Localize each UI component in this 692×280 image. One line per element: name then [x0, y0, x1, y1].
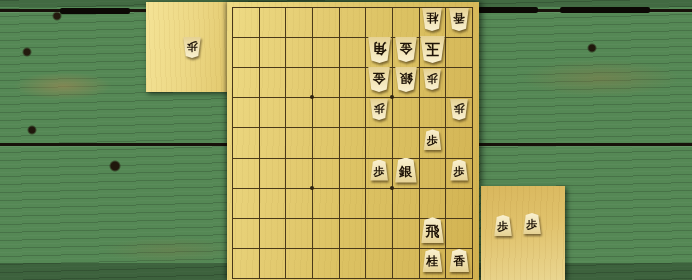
board-square[interactable]	[233, 68, 260, 98]
shogi-piece-gote[interactable]: 金	[368, 70, 390, 95]
board-square[interactable]: 歩	[446, 98, 473, 128]
star-point	[390, 186, 394, 190]
board-square[interactable]	[446, 68, 473, 98]
piece-kanji: 歩	[454, 166, 465, 177]
komadai-sente: 歩 歩	[481, 186, 565, 280]
piece-kanji: 金	[373, 72, 386, 85]
piece-kanji: 飛	[425, 224, 439, 238]
board-square[interactable]	[446, 189, 473, 219]
plank-gap	[478, 7, 538, 13]
board-square[interactable]	[286, 249, 313, 279]
board-square[interactable]	[286, 189, 313, 219]
board-square[interactable]: 銀	[393, 159, 420, 189]
piece-kanji: 香	[453, 13, 465, 25]
piece-kanji: 歩	[454, 103, 465, 114]
piece-kanji: 桂	[426, 255, 438, 267]
komadai-gote: 歩	[146, 2, 227, 92]
shogi-piece-sente[interactable]: 銀	[395, 161, 417, 186]
piece-kanji: 桂	[426, 13, 438, 25]
shogi-piece-gote[interactable]: 歩	[370, 102, 388, 123]
plank-gap	[560, 7, 650, 13]
shogi-piece-gote[interactable]: 角	[368, 40, 391, 66]
piece-kanji: 歩	[527, 219, 538, 230]
board-square[interactable]	[393, 249, 420, 279]
board-square[interactable]	[313, 68, 340, 98]
shogi-piece-sente[interactable]: 歩	[423, 132, 441, 153]
board-square[interactable]	[340, 159, 367, 189]
board-square[interactable]	[313, 98, 340, 128]
board-square[interactable]	[260, 8, 287, 38]
board-square[interactable]: 歩	[420, 68, 447, 98]
board-square[interactable]: 歩	[420, 128, 447, 158]
board-square[interactable]	[260, 159, 287, 189]
shogi-piece-gote[interactable]: 金	[395, 40, 417, 65]
board-square[interactable]: 歩	[446, 159, 473, 189]
board-square[interactable]	[446, 219, 473, 249]
shogi-piece-gote[interactable]: 玉	[420, 39, 445, 66]
board-square[interactable]	[286, 219, 313, 249]
board-square[interactable]	[260, 68, 287, 98]
board-square[interactable]: 歩	[366, 159, 393, 189]
board-square[interactable]: 玉	[420, 38, 447, 68]
board-square[interactable]	[446, 38, 473, 68]
star-point	[310, 95, 314, 99]
shogi-piece-gote[interactable]: 歩	[450, 102, 468, 123]
piece-kanji: 歩	[374, 166, 385, 177]
board-square[interactable]	[313, 249, 340, 279]
board-square[interactable]	[260, 189, 287, 219]
board-square[interactable]	[313, 219, 340, 249]
board-square[interactable]	[340, 98, 367, 128]
board-square[interactable]	[233, 38, 260, 68]
board-square[interactable]	[313, 159, 340, 189]
shogi-piece-sente[interactable]: 桂	[422, 252, 442, 275]
board-square[interactable]: 香	[446, 249, 473, 279]
board-square[interactable]	[446, 128, 473, 158]
piece-kanji: 金	[399, 42, 412, 55]
board-grid: 桂香角金玉金銀歩歩歩歩歩銀歩飛桂香	[232, 7, 473, 279]
board-square[interactable]	[260, 219, 287, 249]
board-square[interactable]	[233, 159, 260, 189]
shogi-piece-sente[interactable]: 歩	[450, 163, 468, 184]
hand-piece-sente[interactable]: 歩	[523, 216, 541, 237]
board-square[interactable]	[420, 189, 447, 219]
board-square[interactable]	[393, 219, 420, 249]
board-square[interactable]	[313, 38, 340, 68]
shogi-piece-gote[interactable]: 桂	[422, 11, 442, 34]
piece-kanji: 銀	[399, 165, 412, 178]
shogi-piece-sente[interactable]: 香	[449, 252, 469, 275]
board-square[interactable]	[393, 189, 420, 219]
shogi-piece-gote[interactable]: 銀	[395, 70, 417, 95]
board-square[interactable]	[286, 68, 313, 98]
board-square[interactable]	[286, 38, 313, 68]
board-square[interactable]	[340, 38, 367, 68]
board-square[interactable]	[340, 189, 367, 219]
shogi-piece-sente[interactable]: 飛	[421, 220, 444, 246]
piece-kanji: 歩	[498, 221, 509, 232]
plank-gap	[60, 8, 130, 14]
board-square[interactable]	[260, 98, 287, 128]
board-square[interactable]	[233, 219, 260, 249]
board-square[interactable]	[313, 189, 340, 219]
board-square[interactable]: 歩	[366, 98, 393, 128]
board-square[interactable]	[260, 249, 287, 279]
board-square[interactable]	[366, 189, 393, 219]
board-square[interactable]	[366, 249, 393, 279]
shogi-piece-gote[interactable]: 香	[449, 11, 469, 34]
board-square[interactable]	[233, 189, 260, 219]
board-square[interactable]	[233, 98, 260, 128]
board-square[interactable]	[286, 8, 313, 38]
board-square[interactable]	[366, 219, 393, 249]
board-square[interactable]: 桂	[420, 249, 447, 279]
piece-kanji: 玉	[425, 41, 440, 56]
board-square[interactable]	[233, 128, 260, 158]
board-square[interactable]	[260, 38, 287, 68]
board-square[interactable]: 金	[366, 68, 393, 98]
shogi-piece-sente[interactable]: 歩	[370, 163, 388, 184]
board-square[interactable]	[366, 8, 393, 38]
board-square[interactable]: 金	[393, 38, 420, 68]
board-square[interactable]: 角	[366, 38, 393, 68]
board-square[interactable]: 飛	[420, 219, 447, 249]
piece-kanji: 歩	[187, 41, 198, 52]
board-square[interactable]	[260, 128, 287, 158]
board-square[interactable]: 香	[446, 8, 473, 38]
board-square[interactable]	[286, 159, 313, 189]
board-square[interactable]	[420, 159, 447, 189]
board-square[interactable]	[233, 249, 260, 279]
star-point	[390, 95, 394, 99]
star-point	[310, 186, 314, 190]
shogi-board: 桂香角金玉金銀歩歩歩歩歩銀歩飛桂香	[227, 2, 479, 280]
shogi-photo-scene: 歩 桂香角金玉金銀歩歩歩歩歩銀歩飛桂香 歩 歩	[0, 0, 692, 280]
piece-kanji: 銀	[399, 72, 412, 85]
board-square[interactable]	[340, 128, 367, 158]
board-square[interactable]	[313, 128, 340, 158]
hand-piece-sente[interactable]: 歩	[494, 218, 512, 239]
piece-kanji: 香	[453, 255, 465, 267]
piece-kanji: 歩	[427, 135, 438, 146]
board-square[interactable]	[393, 8, 420, 38]
board-square[interactable]	[366, 128, 393, 158]
board-square[interactable]	[286, 98, 313, 128]
board-square[interactable]	[340, 8, 367, 38]
board-square[interactable]: 銀	[393, 68, 420, 98]
board-square[interactable]	[340, 219, 367, 249]
board-square[interactable]	[286, 128, 313, 158]
hand-piece-gote[interactable]: 歩	[183, 40, 201, 61]
piece-kanji: 歩	[427, 73, 438, 84]
piece-kanji: 歩	[374, 103, 385, 114]
board-square[interactable]	[340, 249, 367, 279]
board-square[interactable]	[393, 98, 420, 128]
board-square[interactable]	[340, 68, 367, 98]
board-square[interactable]	[233, 8, 260, 38]
board-square[interactable]	[313, 8, 340, 38]
shogi-piece-gote[interactable]: 歩	[423, 72, 441, 93]
board-square[interactable]	[420, 98, 447, 128]
board-square[interactable]: 桂	[420, 8, 447, 38]
board-square[interactable]	[393, 128, 420, 158]
piece-kanji: 角	[372, 42, 386, 56]
